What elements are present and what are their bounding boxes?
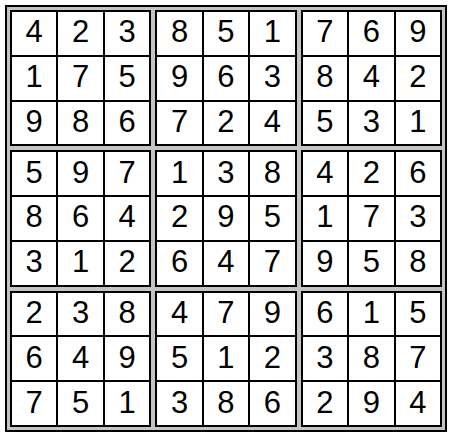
cell-r8c9[interactable]: 7 [396, 337, 440, 380]
cell-r2c9[interactable]: 2 [396, 57, 440, 100]
cell-r7c1[interactable]: 2 [12, 293, 56, 336]
cell-r5c6[interactable]: 5 [250, 197, 294, 240]
cell-r6c6[interactable]: 7 [250, 242, 294, 285]
cell-r4c8[interactable]: 2 [349, 152, 393, 195]
cell-r5c5[interactable]: 9 [204, 197, 248, 240]
cell-r4c2[interactable]: 9 [58, 152, 102, 195]
cell-r3c6[interactable]: 4 [250, 102, 294, 145]
cell-r5c4[interactable]: 2 [157, 197, 201, 240]
cell-r7c9[interactable]: 5 [396, 293, 440, 336]
sudoku-box-1: 423175986 [10, 10, 151, 146]
sudoku-board: 423175986 851963724 769842531 597864312 … [5, 5, 447, 432]
cell-r3c1[interactable]: 9 [12, 102, 56, 145]
cell-r1c6[interactable]: 1 [250, 12, 294, 55]
cell-r1c5[interactable]: 5 [204, 12, 248, 55]
cell-r2c6[interactable]: 3 [250, 57, 294, 100]
cell-r9c8[interactable]: 9 [349, 382, 393, 425]
cell-r2c7[interactable]: 8 [303, 57, 347, 100]
cell-r5c8[interactable]: 7 [349, 197, 393, 240]
cell-r6c8[interactable]: 5 [349, 242, 393, 285]
cell-r9c7[interactable]: 2 [303, 382, 347, 425]
cell-r7c3[interactable]: 8 [105, 293, 149, 336]
cell-r3c8[interactable]: 3 [349, 102, 393, 145]
cell-r4c7[interactable]: 4 [303, 152, 347, 195]
cell-r9c2[interactable]: 5 [58, 382, 102, 425]
cell-r6c2[interactable]: 1 [58, 242, 102, 285]
cell-r7c6[interactable]: 9 [250, 293, 294, 336]
cell-r3c2[interactable]: 8 [58, 102, 102, 145]
sudoku-box-3: 769842531 [301, 10, 442, 146]
cell-r9c3[interactable]: 1 [105, 382, 149, 425]
cell-r6c5[interactable]: 4 [204, 242, 248, 285]
cell-r7c7[interactable]: 6 [303, 293, 347, 336]
sudoku-box-4: 597864312 [10, 150, 151, 286]
cell-r3c3[interactable]: 6 [105, 102, 149, 145]
cell-r4c9[interactable]: 6 [396, 152, 440, 195]
cell-r8c1[interactable]: 6 [12, 337, 56, 380]
cell-r9c9[interactable]: 4 [396, 382, 440, 425]
cell-r7c2[interactable]: 3 [58, 293, 102, 336]
cell-r5c7[interactable]: 1 [303, 197, 347, 240]
cell-r1c1[interactable]: 4 [12, 12, 56, 55]
cell-r5c3[interactable]: 4 [105, 197, 149, 240]
cell-r8c6[interactable]: 2 [250, 337, 294, 380]
cell-r7c5[interactable]: 7 [204, 293, 248, 336]
sudoku-box-6: 426173958 [301, 150, 442, 286]
cell-r7c8[interactable]: 1 [349, 293, 393, 336]
cell-r9c6[interactable]: 6 [250, 382, 294, 425]
cell-r8c3[interactable]: 9 [105, 337, 149, 380]
cell-r8c4[interactable]: 5 [157, 337, 201, 380]
cell-r1c7[interactable]: 7 [303, 12, 347, 55]
cell-r7c4[interactable]: 4 [157, 293, 201, 336]
sudoku-box-8: 479512386 [155, 291, 296, 427]
cell-r8c2[interactable]: 4 [58, 337, 102, 380]
cell-r5c9[interactable]: 3 [396, 197, 440, 240]
cell-r6c9[interactable]: 8 [396, 242, 440, 285]
cell-r4c1[interactable]: 5 [12, 152, 56, 195]
cell-r8c7[interactable]: 3 [303, 337, 347, 380]
cell-r3c5[interactable]: 2 [204, 102, 248, 145]
cell-r9c1[interactable]: 7 [12, 382, 56, 425]
cell-r1c8[interactable]: 6 [349, 12, 393, 55]
cell-r6c3[interactable]: 2 [105, 242, 149, 285]
cell-r8c5[interactable]: 1 [204, 337, 248, 380]
cell-r3c7[interactable]: 5 [303, 102, 347, 145]
cell-r1c2[interactable]: 2 [58, 12, 102, 55]
cell-r2c4[interactable]: 9 [157, 57, 201, 100]
cell-r2c5[interactable]: 6 [204, 57, 248, 100]
cell-r4c6[interactable]: 8 [250, 152, 294, 195]
sudoku-box-9: 615387294 [301, 291, 442, 427]
sudoku-box-7: 238649751 [10, 291, 151, 427]
cell-r2c8[interactable]: 4 [349, 57, 393, 100]
cell-r6c7[interactable]: 9 [303, 242, 347, 285]
cell-r8c8[interactable]: 8 [349, 337, 393, 380]
cell-r4c5[interactable]: 3 [204, 152, 248, 195]
cell-r1c3[interactable]: 3 [105, 12, 149, 55]
cell-r2c2[interactable]: 7 [58, 57, 102, 100]
cell-r3c9[interactable]: 1 [396, 102, 440, 145]
cell-r9c4[interactable]: 3 [157, 382, 201, 425]
cell-r3c4[interactable]: 7 [157, 102, 201, 145]
cell-r5c2[interactable]: 6 [58, 197, 102, 240]
sudoku-box-5: 138295647 [155, 150, 296, 286]
cell-r6c1[interactable]: 3 [12, 242, 56, 285]
cell-r4c4[interactable]: 1 [157, 152, 201, 195]
cell-r6c4[interactable]: 6 [157, 242, 201, 285]
cell-r1c4[interactable]: 8 [157, 12, 201, 55]
sudoku-box-2: 851963724 [155, 10, 296, 146]
cell-r4c3[interactable]: 7 [105, 152, 149, 195]
cell-r9c5[interactable]: 8 [204, 382, 248, 425]
cell-r1c9[interactable]: 9 [396, 12, 440, 55]
cell-r2c1[interactable]: 1 [12, 57, 56, 100]
cell-r5c1[interactable]: 8 [12, 197, 56, 240]
cell-r2c3[interactable]: 5 [105, 57, 149, 100]
